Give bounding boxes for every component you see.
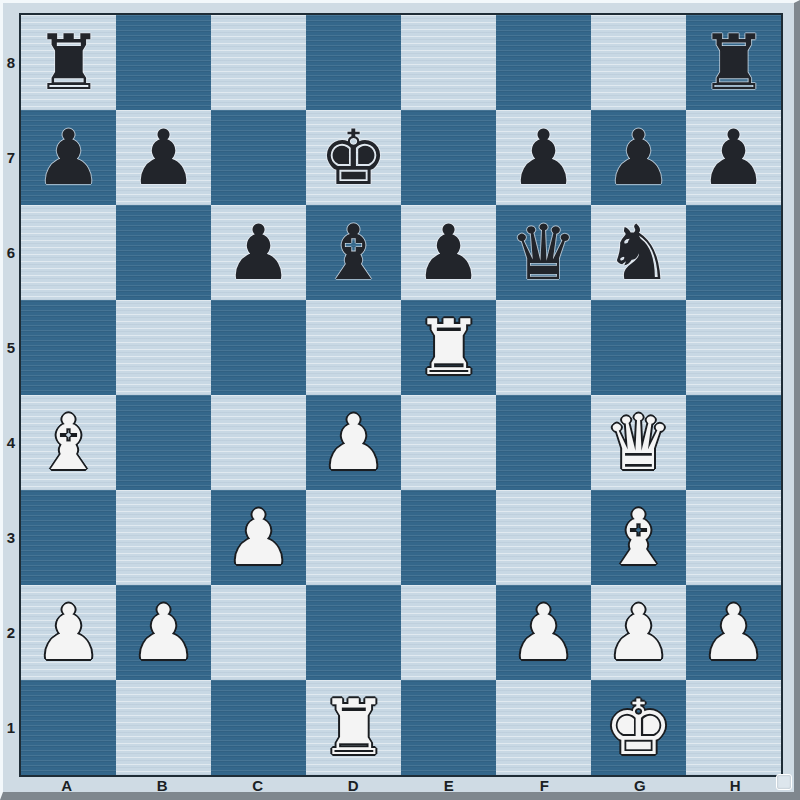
square-d7[interactable]: ♚ [306,110,401,205]
rank-label-6: 6 [3,205,19,300]
black-pawn-f7[interactable]: ♟ [509,110,577,205]
square-c5[interactable] [211,300,306,395]
square-f8[interactable] [496,15,591,110]
square-d5[interactable] [306,300,401,395]
black-knight-g6[interactable]: ♞ [604,205,672,300]
square-f2[interactable]: ♟ [496,585,591,680]
square-d6[interactable]: ♝ [306,205,401,300]
square-b1[interactable] [116,680,211,775]
square-e1[interactable] [401,680,496,775]
rank-label-4: 4 [3,395,19,490]
square-c6[interactable]: ♟ [211,205,306,300]
square-b6[interactable] [116,205,211,300]
file-label-b: B [115,777,211,794]
file-label-h: H [688,777,784,794]
square-h5[interactable] [686,300,781,395]
square-g4[interactable]: ♛ [591,395,686,490]
file-labels: ABCDEFGH [19,777,783,792]
file-label-d: D [306,777,402,794]
square-a7[interactable]: ♟ [21,110,116,205]
white-queen-g4[interactable]: ♛ [604,395,672,490]
white-pawn-h2[interactable]: ♟ [699,585,767,680]
white-rook-d1[interactable]: ♜ [319,680,387,775]
square-d4[interactable]: ♟ [306,395,401,490]
white-pawn-d4[interactable]: ♟ [319,395,387,490]
square-d2[interactable] [306,585,401,680]
square-g2[interactable]: ♟ [591,585,686,680]
square-h1[interactable] [686,680,781,775]
square-b3[interactable] [116,490,211,585]
square-b7[interactable]: ♟ [116,110,211,205]
white-pawn-b2[interactable]: ♟ [129,585,197,680]
white-pawn-f2[interactable]: ♟ [509,585,577,680]
square-d1[interactable]: ♜ [306,680,401,775]
square-e3[interactable] [401,490,496,585]
square-a8[interactable]: ♜ [21,15,116,110]
square-e4[interactable] [401,395,496,490]
file-label-g: G [592,777,688,794]
square-b4[interactable] [116,395,211,490]
square-d8[interactable] [306,15,401,110]
white-bishop-a4[interactable]: ♝ [34,395,102,490]
chess-board: ♜♜♟♟♚♟♟♟♟♝♟♛♞♜♝♟♛♟♝♟♟♟♟♟♜♚ [19,13,783,777]
rank-labels: 87654321 [3,15,19,775]
black-pawn-g7[interactable]: ♟ [604,110,672,205]
square-g6[interactable]: ♞ [591,205,686,300]
square-d3[interactable] [306,490,401,585]
square-c4[interactable] [211,395,306,490]
board-frame: 87654321 ♜♜♟♟♚♟♟♟♟♝♟♛♞♜♝♟♛♟♝♟♟♟♟♟♜♚ ABCD… [0,0,800,800]
black-pawn-b7[interactable]: ♟ [129,110,197,205]
square-f1[interactable] [496,680,591,775]
square-b5[interactable] [116,300,211,395]
square-a3[interactable] [21,490,116,585]
square-e7[interactable] [401,110,496,205]
rank-label-2: 2 [3,585,19,680]
square-g1[interactable]: ♚ [591,680,686,775]
file-label-a: A [19,777,115,794]
square-a6[interactable] [21,205,116,300]
file-label-f: F [497,777,593,794]
black-bishop-d6[interactable]: ♝ [319,205,387,300]
square-c8[interactable] [211,15,306,110]
white-pawn-g2[interactable]: ♟ [604,585,672,680]
square-g3[interactable]: ♝ [591,490,686,585]
resize-grip-icon[interactable] [776,774,792,790]
white-bishop-g3[interactable]: ♝ [604,490,672,585]
square-e2[interactable] [401,585,496,680]
black-queen-f6[interactable]: ♛ [509,205,577,300]
rank-label-5: 5 [3,300,19,395]
square-g7[interactable]: ♟ [591,110,686,205]
square-e6[interactable]: ♟ [401,205,496,300]
square-c2[interactable] [211,585,306,680]
square-f3[interactable] [496,490,591,585]
square-h4[interactable] [686,395,781,490]
square-b2[interactable]: ♟ [116,585,211,680]
square-a5[interactable] [21,300,116,395]
square-g5[interactable] [591,300,686,395]
square-e8[interactable] [401,15,496,110]
white-king-g1[interactable]: ♚ [604,680,672,775]
white-pawn-c3[interactable]: ♟ [224,490,292,585]
rank-label-3: 3 [3,490,19,585]
black-pawn-a7[interactable]: ♟ [34,110,102,205]
black-pawn-c6[interactable]: ♟ [224,205,292,300]
square-h6[interactable] [686,205,781,300]
square-a1[interactable] [21,680,116,775]
square-f6[interactable]: ♛ [496,205,591,300]
square-a4[interactable]: ♝ [21,395,116,490]
file-label-c: C [210,777,306,794]
black-king-d7[interactable]: ♚ [319,110,387,205]
square-f4[interactable] [496,395,591,490]
square-a2[interactable]: ♟ [21,585,116,680]
rank-label-1: 1 [3,680,19,775]
square-e5[interactable]: ♜ [401,300,496,395]
black-pawn-h7[interactable]: ♟ [699,110,767,205]
rank-label-8: 8 [3,15,19,110]
rank-label-7: 7 [3,110,19,205]
white-rook-e5[interactable]: ♜ [414,300,482,395]
black-rook-h8[interactable]: ♜ [699,15,767,110]
square-f7[interactable]: ♟ [496,110,591,205]
square-c3[interactable]: ♟ [211,490,306,585]
square-f5[interactable] [496,300,591,395]
black-rook-a8[interactable]: ♜ [34,15,102,110]
square-b8[interactable] [116,15,211,110]
square-h7[interactable]: ♟ [686,110,781,205]
file-label-e: E [401,777,497,794]
square-c7[interactable] [211,110,306,205]
square-g8[interactable] [591,15,686,110]
square-h2[interactable]: ♟ [686,585,781,680]
square-h3[interactable] [686,490,781,585]
white-pawn-a2[interactable]: ♟ [34,585,102,680]
black-pawn-e6[interactable]: ♟ [414,205,482,300]
square-c1[interactable] [211,680,306,775]
square-h8[interactable]: ♜ [686,15,781,110]
